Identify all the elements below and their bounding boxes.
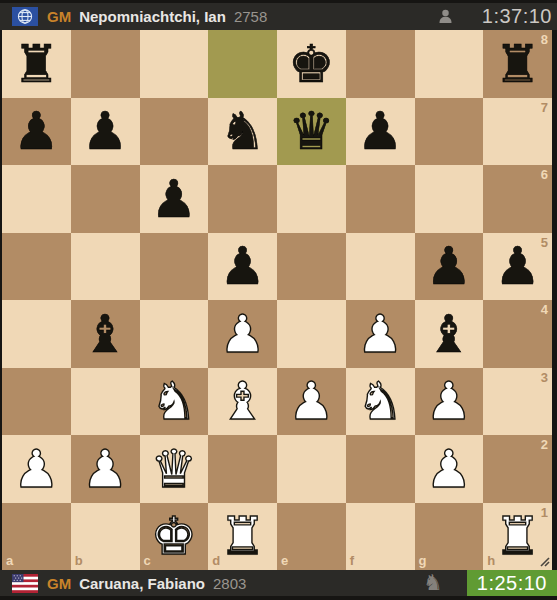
square-g7[interactable]	[415, 98, 484, 166]
square-f2[interactable]	[346, 435, 415, 503]
square-f1[interactable]: f	[346, 503, 415, 571]
square-e8[interactable]: ♚	[277, 30, 346, 98]
person-icon	[437, 8, 454, 25]
square-a7[interactable]: ♟	[2, 98, 71, 166]
bottom-player-name[interactable]: Caruana, Fabiano	[79, 575, 205, 592]
square-g4[interactable]: ♝	[415, 300, 484, 368]
square-b1[interactable]: b	[71, 503, 140, 571]
square-e5[interactable]	[277, 233, 346, 301]
chess-board: ♜♚♜8♟♟♞♛♟7♟6♟♟♟5♝♟♟♝4♞♝♟♞♟3♟♟♛♟2ab♚c♜def…	[2, 30, 552, 570]
square-g3[interactable]: ♟	[415, 368, 484, 436]
square-d4[interactable]: ♟	[208, 300, 277, 368]
piece-black-king: ♚	[288, 38, 335, 90]
bottom-player-rating: 2803	[213, 575, 246, 592]
piece-white-rook: ♜	[494, 510, 541, 562]
square-f5[interactable]	[346, 233, 415, 301]
us-flag-icon	[12, 574, 38, 593]
square-a5[interactable]	[2, 233, 71, 301]
board-resize-handle[interactable]	[538, 555, 550, 567]
file-label-f: f	[350, 554, 354, 567]
file-label-h: h	[487, 554, 495, 567]
square-d2[interactable]	[208, 435, 277, 503]
piece-black-knight: ♞	[219, 105, 266, 157]
piece-white-pawn: ♟	[13, 443, 60, 495]
square-f8[interactable]	[346, 30, 415, 98]
square-d5[interactable]: ♟	[208, 233, 277, 301]
file-label-g: g	[419, 554, 427, 567]
piece-black-pawn: ♟	[357, 105, 404, 157]
square-d6[interactable]	[208, 165, 277, 233]
square-c2[interactable]: ♛	[140, 435, 209, 503]
top-player-clock: 1:37:10	[482, 5, 552, 28]
board-area: ♜♚♜8♟♟♞♛♟7♟6♟♟♟5♝♟♟♝4♞♝♟♞♟3♟♟♛♟2ab♚c♜def…	[0, 30, 557, 570]
piece-white-pawn: ♟	[82, 443, 129, 495]
top-player-bar: GM Nepomniachtchi, Ian 2758 1:37:10	[0, 3, 557, 30]
bottom-player-clock: 1:25:10	[477, 572, 547, 595]
square-g5[interactable]: ♟	[415, 233, 484, 301]
piece-black-rook: ♜	[494, 38, 541, 90]
top-player-title: GM	[47, 8, 71, 25]
piece-white-queen: ♛	[151, 443, 198, 495]
square-c1[interactable]: ♚c	[140, 503, 209, 571]
square-d8[interactable]	[208, 30, 277, 98]
square-c6[interactable]: ♟	[140, 165, 209, 233]
chess-app-window: GM Nepomniachtchi, Ian 2758 1:37:10 ♜♚♜8…	[0, 0, 557, 600]
square-a8[interactable]: ♜	[2, 30, 71, 98]
square-a1[interactable]: a	[2, 503, 71, 571]
square-e2[interactable]	[277, 435, 346, 503]
piece-black-pawn: ♟	[494, 240, 541, 292]
piece-black-pawn: ♟	[82, 105, 129, 157]
square-b4[interactable]: ♝	[71, 300, 140, 368]
top-player-name[interactable]: Nepomniachtchi, Ian	[79, 8, 226, 25]
piece-white-bishop: ♝	[219, 375, 266, 427]
file-label-e: e	[281, 554, 288, 567]
rank-label-4: 4	[541, 303, 548, 316]
square-a3[interactable]	[2, 368, 71, 436]
file-label-d: d	[212, 554, 220, 567]
rank-label-7: 7	[541, 101, 548, 114]
rank-label-6: 6	[541, 168, 548, 181]
square-c3[interactable]: ♞	[140, 368, 209, 436]
square-f6[interactable]	[346, 165, 415, 233]
square-b5[interactable]	[71, 233, 140, 301]
square-c8[interactable]	[140, 30, 209, 98]
fide-flag-icon	[12, 7, 38, 26]
piece-white-pawn: ♟	[357, 308, 404, 360]
square-e4[interactable]	[277, 300, 346, 368]
square-b8[interactable]	[71, 30, 140, 98]
piece-white-pawn: ♟	[219, 308, 266, 360]
piece-white-pawn: ♟	[288, 375, 335, 427]
piece-white-pawn: ♟	[426, 443, 473, 495]
square-d3[interactable]: ♝	[208, 368, 277, 436]
square-h8[interactable]: ♜8	[483, 30, 552, 98]
bottom-player-active-clock: 1:25:10	[467, 570, 557, 596]
piece-black-bishop: ♝	[82, 308, 129, 360]
square-e6[interactable]	[277, 165, 346, 233]
square-d1[interactable]: ♜d	[208, 503, 277, 571]
square-b3[interactable]	[71, 368, 140, 436]
square-h3[interactable]: 3	[483, 368, 552, 436]
file-label-b: b	[75, 554, 83, 567]
piece-white-rook: ♜	[219, 510, 266, 562]
top-player-rating: 2758	[234, 8, 267, 25]
piece-black-queen: ♛	[288, 105, 335, 157]
rank-label-2: 2	[541, 438, 548, 451]
square-f4[interactable]: ♟	[346, 300, 415, 368]
piece-white-pawn: ♟	[426, 375, 473, 427]
square-c4[interactable]	[140, 300, 209, 368]
piece-white-knight: ♞	[151, 375, 198, 427]
square-c7[interactable]	[140, 98, 209, 166]
white-to-move-knight-icon: ♞	[423, 572, 443, 594]
square-a6[interactable]	[2, 165, 71, 233]
square-h4[interactable]: 4	[483, 300, 552, 368]
square-b7[interactable]: ♟	[71, 98, 140, 166]
piece-black-pawn: ♟	[151, 173, 198, 225]
square-g8[interactable]	[415, 30, 484, 98]
square-h2[interactable]: 2	[483, 435, 552, 503]
square-e7[interactable]: ♛	[277, 98, 346, 166]
file-label-a: a	[6, 554, 13, 567]
square-h6[interactable]: 6	[483, 165, 552, 233]
square-f3[interactable]: ♞	[346, 368, 415, 436]
square-c5[interactable]	[140, 233, 209, 301]
piece-black-pawn: ♟	[219, 240, 266, 292]
piece-white-knight: ♞	[357, 375, 404, 427]
piece-black-pawn: ♟	[426, 240, 473, 292]
rank-label-1: 1	[541, 506, 548, 519]
bottom-player-title: GM	[47, 575, 71, 592]
square-d7[interactable]: ♞	[208, 98, 277, 166]
piece-black-pawn: ♟	[13, 105, 60, 157]
rank-label-8: 8	[541, 33, 548, 46]
square-e3[interactable]: ♟	[277, 368, 346, 436]
square-h5[interactable]: ♟5	[483, 233, 552, 301]
square-g6[interactable]	[415, 165, 484, 233]
window-bottom-edge	[0, 596, 557, 600]
square-g2[interactable]: ♟	[415, 435, 484, 503]
rank-label-5: 5	[541, 236, 548, 249]
piece-black-rook: ♜	[13, 38, 60, 90]
bottom-player-bar: GM Caruana, Fabiano 2803 ♞ 1:25:10	[0, 570, 557, 596]
square-a4[interactable]	[2, 300, 71, 368]
square-h7[interactable]: 7	[483, 98, 552, 166]
square-f7[interactable]: ♟	[346, 98, 415, 166]
rank-label-3: 3	[541, 371, 548, 384]
square-b6[interactable]	[71, 165, 140, 233]
square-b2[interactable]: ♟	[71, 435, 140, 503]
piece-white-king: ♚	[151, 510, 198, 562]
file-label-c: c	[144, 554, 151, 567]
square-a2[interactable]: ♟	[2, 435, 71, 503]
piece-black-bishop: ♝	[426, 308, 473, 360]
square-e1[interactable]: e	[277, 503, 346, 571]
square-g1[interactable]: g	[415, 503, 484, 571]
